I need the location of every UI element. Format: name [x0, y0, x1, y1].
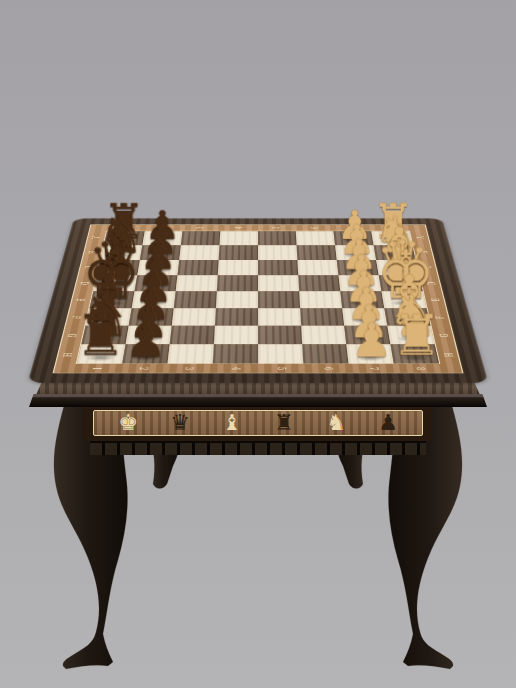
light-rook: ♜	[391, 309, 441, 362]
square-g4	[214, 326, 258, 344]
square-d5	[258, 275, 299, 291]
square-b3	[179, 245, 219, 260]
dark-rook: ♜	[75, 309, 125, 362]
square-h8: ♜	[390, 344, 439, 363]
square-b5	[258, 245, 297, 260]
square-c3	[178, 260, 219, 275]
light-pawn: ♟	[350, 318, 392, 362]
square-f5	[258, 308, 301, 326]
apron-pawn-silhouette: ♟	[378, 412, 398, 434]
square-d3	[176, 275, 218, 291]
apron: ♚♛♝♜♞♟	[84, 407, 432, 441]
square-b4	[219, 245, 258, 260]
square-h3	[167, 344, 213, 363]
square-f3	[172, 308, 216, 326]
square-c6	[297, 260, 338, 275]
square-h5	[258, 344, 303, 363]
square-a3	[181, 231, 220, 245]
board-coordinate-border: 12345678 12345678 ABCDEFGH ABCDEFGH ♜♟♟♜…	[53, 225, 464, 374]
square-f4	[215, 308, 258, 326]
square-h6	[302, 344, 348, 363]
square-h7: ♟	[346, 344, 393, 363]
square-h4	[213, 344, 258, 363]
square-c4	[218, 260, 258, 275]
board-frame: 12345678 12345678 ABCDEFGH ABCDEFGH ♜♟♟♜…	[27, 218, 488, 383]
square-a4	[219, 231, 258, 245]
apron-queen-silhouette: ♛	[170, 412, 190, 434]
dentil-molding	[90, 441, 426, 455]
apron-inlay-panel: ♚♛♝♜♞♟	[93, 410, 423, 436]
apron-knight-silhouette: ♞	[326, 412, 346, 434]
square-a5	[258, 231, 297, 245]
square-h2: ♟	[122, 344, 169, 363]
square-h1: ♜	[77, 344, 126, 363]
board-grid: ♜♟♟♜♞♟♟♞♝♟♟♝♛♟♟♛♚♟♟♚♝♟♟♝♞♟♟♞♜♟♟♜	[76, 231, 441, 364]
square-g5	[258, 326, 302, 344]
square-e3	[174, 291, 217, 308]
square-f6	[300, 308, 344, 326]
square-a6	[296, 231, 335, 245]
photo-backdrop: ♚♛♝♜♞♟ 12345678 12345678 ABCDEFGH ABCDEF…	[0, 0, 516, 688]
square-g3	[170, 326, 215, 344]
square-d6	[298, 275, 340, 291]
square-e5	[258, 291, 300, 308]
rank-labels-near: 12345678	[72, 365, 443, 373]
square-d4	[217, 275, 258, 291]
tabletop-molding	[29, 394, 487, 407]
square-e4	[216, 291, 258, 308]
square-e6	[299, 291, 342, 308]
square-b6	[297, 245, 337, 260]
apron-king-silhouette: ♚	[118, 412, 138, 434]
apron-bishop-silhouette: ♝	[222, 412, 242, 434]
dark-pawn: ♟	[124, 318, 166, 362]
apron-rook-silhouette: ♜	[274, 412, 294, 434]
square-g6	[301, 326, 346, 344]
square-c5	[258, 260, 298, 275]
